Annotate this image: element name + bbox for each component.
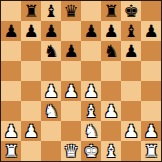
chess-board: ♜♝♛♜♚♟♟♟♟♟♝♟♞♟♞♟♟♟♟♞♝♟♟♟♞♟♟♜♛♚♝♜: [0, 0, 162, 162]
piece-black-knight[interactable]: ♞: [43, 41, 58, 61]
square-a5[interactable]: [1, 61, 21, 81]
square-c8[interactable]: ♝: [41, 1, 61, 21]
square-a1[interactable]: ♜: [1, 141, 21, 161]
square-g5[interactable]: [121, 61, 141, 81]
square-e8[interactable]: [81, 1, 101, 21]
square-a3[interactable]: [1, 101, 21, 121]
piece-white-pawn[interactable]: ♟: [43, 81, 58, 101]
square-h5[interactable]: [141, 61, 161, 81]
piece-black-pawn[interactable]: ♟: [123, 41, 138, 61]
square-e3[interactable]: ♝: [81, 101, 101, 121]
square-d3[interactable]: [61, 101, 81, 121]
piece-white-pawn[interactable]: ♟: [143, 121, 158, 141]
square-c1[interactable]: [41, 141, 61, 161]
piece-white-bishop[interactable]: ♝: [83, 101, 98, 121]
square-c3[interactable]: ♞: [41, 101, 61, 121]
square-e6[interactable]: [81, 41, 101, 61]
square-a8[interactable]: [1, 1, 21, 21]
square-d1[interactable]: ♛: [61, 141, 81, 161]
square-e1[interactable]: ♚: [81, 141, 101, 161]
square-g3[interactable]: [121, 101, 141, 121]
square-d6[interactable]: ♟: [61, 41, 81, 61]
piece-black-pawn[interactable]: ♟: [43, 21, 58, 41]
square-h3[interactable]: [141, 101, 161, 121]
square-d8[interactable]: ♛: [61, 1, 81, 21]
piece-white-bishop[interactable]: ♝: [103, 141, 118, 161]
square-c7[interactable]: ♟: [41, 21, 61, 41]
square-f7[interactable]: ♟: [101, 21, 121, 41]
piece-white-rook[interactable]: ♜: [143, 141, 158, 161]
square-e7[interactable]: ♟: [81, 21, 101, 41]
piece-black-bishop[interactable]: ♝: [123, 21, 138, 41]
square-c6[interactable]: ♞: [41, 41, 61, 61]
square-f8[interactable]: ♜: [101, 1, 121, 21]
square-b4[interactable]: [21, 81, 41, 101]
square-b6[interactable]: [21, 41, 41, 61]
piece-white-king[interactable]: ♚: [83, 141, 98, 161]
piece-white-knight[interactable]: ♞: [43, 101, 58, 121]
piece-white-queen[interactable]: ♛: [63, 141, 78, 161]
square-b3[interactable]: [21, 101, 41, 121]
square-h8[interactable]: [141, 1, 161, 21]
square-g8[interactable]: ♚: [121, 1, 141, 21]
square-g7[interactable]: ♝: [121, 21, 141, 41]
piece-white-knight[interactable]: ♞: [83, 121, 98, 141]
square-e5[interactable]: [81, 61, 101, 81]
square-e2[interactable]: ♞: [81, 121, 101, 141]
square-d4[interactable]: ♟: [61, 81, 81, 101]
square-c5[interactable]: [41, 61, 61, 81]
square-c4[interactable]: ♟: [41, 81, 61, 101]
piece-white-pawn[interactable]: ♟: [103, 101, 118, 121]
square-b1[interactable]: [21, 141, 41, 161]
square-f6[interactable]: ♞: [101, 41, 121, 61]
square-g4[interactable]: [121, 81, 141, 101]
square-g2[interactable]: ♟: [121, 121, 141, 141]
piece-white-pawn[interactable]: ♟: [3, 121, 18, 141]
piece-white-pawn[interactable]: ♟: [83, 81, 98, 101]
square-h6[interactable]: [141, 41, 161, 61]
piece-black-pawn[interactable]: ♟: [23, 21, 38, 41]
square-g6[interactable]: ♟: [121, 41, 141, 61]
piece-black-queen[interactable]: ♛: [63, 1, 78, 21]
piece-black-king[interactable]: ♚: [123, 1, 138, 21]
square-a7[interactable]: ♟: [1, 21, 21, 41]
square-d2[interactable]: [61, 121, 81, 141]
piece-black-pawn[interactable]: ♟: [103, 21, 118, 41]
piece-black-bishop[interactable]: ♝: [43, 1, 58, 21]
square-h7[interactable]: ♟: [141, 21, 161, 41]
square-a2[interactable]: ♟: [1, 121, 21, 141]
piece-black-knight[interactable]: ♞: [103, 41, 118, 61]
square-f3[interactable]: ♟: [101, 101, 121, 121]
piece-black-pawn[interactable]: ♟: [143, 21, 158, 41]
square-h1[interactable]: ♜: [141, 141, 161, 161]
square-a4[interactable]: [1, 81, 21, 101]
square-f1[interactable]: ♝: [101, 141, 121, 161]
square-c2[interactable]: [41, 121, 61, 141]
square-h4[interactable]: [141, 81, 161, 101]
square-b7[interactable]: ♟: [21, 21, 41, 41]
piece-white-pawn[interactable]: ♟: [23, 121, 38, 141]
square-b5[interactable]: [21, 61, 41, 81]
piece-black-pawn[interactable]: ♟: [63, 41, 78, 61]
square-f5[interactable]: [101, 61, 121, 81]
piece-black-pawn[interactable]: ♟: [3, 21, 18, 41]
square-h2[interactable]: ♟: [141, 121, 161, 141]
square-g1[interactable]: [121, 141, 141, 161]
square-a6[interactable]: [1, 41, 21, 61]
square-f4[interactable]: [101, 81, 121, 101]
square-d7[interactable]: [61, 21, 81, 41]
piece-black-rook[interactable]: ♜: [23, 1, 38, 21]
piece-black-pawn[interactable]: ♟: [83, 21, 98, 41]
square-b8[interactable]: ♜: [21, 1, 41, 21]
square-b2[interactable]: ♟: [21, 121, 41, 141]
piece-black-rook[interactable]: ♜: [103, 1, 118, 21]
piece-white-pawn[interactable]: ♟: [63, 81, 78, 101]
square-e4[interactable]: ♟: [81, 81, 101, 101]
square-d5[interactable]: [61, 61, 81, 81]
piece-white-rook[interactable]: ♜: [3, 141, 18, 161]
square-f2[interactable]: [101, 121, 121, 141]
piece-white-pawn[interactable]: ♟: [123, 121, 138, 141]
